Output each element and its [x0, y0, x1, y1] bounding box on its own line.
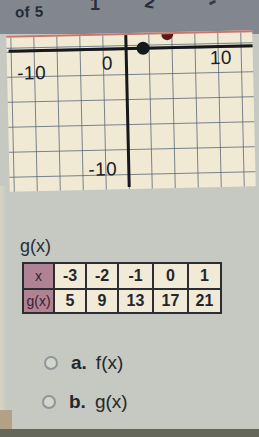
- option-b-key: b.: [69, 391, 86, 413]
- photo-left-edge: [0, 186, 7, 412]
- option-b-label: g(x): [95, 391, 128, 413]
- radio-button-b[interactable]: [42, 395, 56, 409]
- answer-option-b[interactable]: b. g(x): [42, 391, 128, 413]
- table-value-cell: 5: [55, 290, 85, 312]
- table-value-cell: 17: [154, 290, 187, 312]
- option-a-label: f(x): [96, 352, 123, 374]
- x-axis-tick-label-10: 10: [210, 47, 233, 69]
- table-title: g(x): [20, 236, 51, 257]
- x-axis-tick-label-neg10: -10: [17, 62, 46, 85]
- radio-button-a[interactable]: [44, 356, 58, 370]
- pagination-number-1[interactable]: 1: [90, 0, 100, 15]
- table-value-cell: 13: [119, 290, 152, 312]
- table-value-cell: -3: [55, 264, 85, 288]
- question-progress-label: of 5: [15, 3, 44, 21]
- table-value-cell: -1: [119, 264, 152, 288]
- table-value-cell: 0: [154, 264, 187, 288]
- top-bar: of 5 1 2: [0, 0, 259, 34]
- pagination-number-2[interactable]: 2: [143, 0, 157, 14]
- table-value-cell: 21: [189, 290, 220, 312]
- function-value-table: x-3-2-101g(x)59131721: [22, 262, 222, 314]
- table-row-header-cell: x: [24, 264, 53, 288]
- cropped-digit-mark: [209, 0, 217, 5]
- coordinate-graph-panel: -10 0 10 -10: [6, 30, 255, 192]
- origin-tick-label: 0: [102, 52, 114, 74]
- y-axis-tick-label-neg10: -10: [88, 158, 117, 181]
- table-value-cell: -2: [87, 264, 117, 288]
- answer-option-a[interactable]: a. f(x): [44, 352, 123, 374]
- table-value-cell: 9: [87, 290, 117, 312]
- table-value-cell: 1: [189, 264, 220, 288]
- table-row-header-cell: g(x): [24, 290, 53, 312]
- option-a-key: a.: [71, 352, 87, 374]
- photo-bottom-edge: [0, 429, 259, 437]
- quiz-question-screenshot: of 5 1 2 -10 0 10 -10 g(x) x-3-2-101g(x)…: [0, 0, 259, 437]
